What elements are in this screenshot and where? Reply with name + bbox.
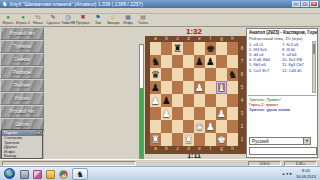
- toolbar: ●Играть●Играть 2½Ничья✎Сдаться◷Тайм-НВ✖П…: [0, 14, 320, 27]
- tray-date: 16.09.2013: [294, 174, 318, 180]
- chat-messages: Зритель: Привет!Горец-2: приветЗритель: …: [247, 97, 317, 119]
- square-a8[interactable]: [150, 42, 161, 55]
- file-label-a: a: [150, 146, 161, 154]
- file-label-e: e: [194, 146, 205, 154]
- piece-black-king: ♚: [205, 42, 216, 55]
- windows-taskbar: ♞ ▴ ◂ ● 8:05 16.09.2013: [0, 166, 320, 180]
- square-e5[interactable]: ♟: [194, 81, 205, 94]
- abort-icon: ✖: [76, 14, 90, 21]
- move-list[interactable]: 1. e4 c52. Кf3 Кc63. d4 cd4. К:d4 Фb65. …: [249, 42, 311, 94]
- square-e8[interactable]: [194, 42, 205, 55]
- toolbar-button-resign[interactable]: ✎Сдаться: [46, 14, 60, 26]
- square-g4[interactable]: [216, 94, 227, 107]
- square-f5[interactable]: [205, 81, 216, 94]
- status-bar: 216:0 1:45+: [0, 159, 320, 166]
- game-info-panel: Анатол (2923) - Каспаров, Горец-2 Рейтин…: [246, 28, 318, 158]
- square-f6[interactable]: [205, 68, 216, 81]
- piece-black-pawn: ♟: [194, 55, 205, 68]
- piece-white-rook: ♜: [150, 133, 161, 146]
- square-h8[interactable]: [227, 42, 238, 55]
- move-line-6[interactable]: 6. Сe3 Фc7: [249, 68, 278, 73]
- toolbar-button-draw[interactable]: ½Ничья: [31, 14, 45, 26]
- file-label-d: d: [183, 146, 194, 154]
- square-e7[interactable]: ♟: [194, 55, 205, 68]
- piece-white-bishop: ♝: [216, 81, 227, 94]
- toolbar-button-play2[interactable]: ●Играть 2: [16, 14, 30, 26]
- square-f2[interactable]: ♟: [205, 120, 216, 133]
- square-h6[interactable]: ♞: [227, 68, 238, 81]
- paint-icon[interactable]: [33, 170, 42, 179]
- square-b6[interactable]: [161, 68, 172, 81]
- square-a7[interactable]: ♞: [150, 55, 161, 68]
- square-b8[interactable]: [161, 42, 172, 55]
- panel-divider: [248, 95, 316, 96]
- time-icon: ◷: [61, 14, 75, 21]
- rank-labels: 87654321: [238, 42, 246, 146]
- piece-black-queen: ♛: [150, 68, 161, 81]
- square-c4[interactable]: [172, 94, 183, 107]
- mini-panel-item-5[interactable]: Выход: [2, 154, 42, 159]
- chess-board[interactable]: ♜♚♞♟♟♛♞♟♟♝♟♟♟♟♛♟♜♜♚: [150, 42, 238, 146]
- toolbar-button-emotions[interactable]: ☺Эмоции: [106, 14, 120, 26]
- file-label-b: b: [161, 146, 172, 154]
- square-h1[interactable]: [227, 133, 238, 146]
- players-header: Анатол (2923) - Каспаров, Горец-2: [247, 29, 317, 36]
- piece-black-pawn: ♟: [150, 81, 161, 94]
- square-a3[interactable]: [150, 107, 161, 120]
- square-g3[interactable]: ♟: [216, 107, 227, 120]
- browser-icon[interactable]: [59, 170, 68, 179]
- board-icon: ▤: [136, 14, 150, 21]
- taskbar-clock[interactable]: 8:05 16.09.2013: [294, 168, 318, 179]
- square-g5[interactable]: ♝: [216, 81, 227, 94]
- square-f7[interactable]: ♟: [205, 55, 216, 68]
- toolbar-label: Играть: [1, 21, 15, 25]
- chat-input[interactable]: [249, 147, 317, 155]
- piece-black-knight: ♞: [227, 68, 238, 81]
- black-clock: 1:32: [150, 27, 238, 36]
- square-b7[interactable]: [161, 55, 172, 68]
- window-title: Клуб "Шахматная планета" (Amateur) 1.338…: [10, 0, 143, 8]
- square-a4[interactable]: ♟: [150, 94, 161, 107]
- square-d7[interactable]: [183, 55, 194, 68]
- rank-label-3: 3: [238, 107, 246, 120]
- square-g7[interactable]: [216, 55, 227, 68]
- call-icon: ⚑: [91, 14, 105, 21]
- toolbar-button-info[interactable]: ▦Инфо: [121, 14, 135, 26]
- sidebar-button-2[interactable]: Турниры: [0, 40, 44, 53]
- piece-black-pawn: ♟: [161, 94, 172, 107]
- info-icon: ▦: [121, 14, 135, 21]
- square-h4[interactable]: [227, 94, 238, 107]
- toolbar-label: Прервать: [76, 21, 90, 25]
- toolbar-label: Тайм-НВ: [61, 21, 75, 25]
- square-h2[interactable]: [227, 120, 238, 133]
- square-b5[interactable]: [161, 81, 172, 94]
- file-label-g: g: [216, 146, 227, 154]
- square-d8[interactable]: [183, 42, 194, 55]
- piece-black-knight: ♞: [150, 55, 161, 68]
- rank-label-6: 6: [238, 68, 246, 81]
- toolbar-label: Табло: [136, 21, 150, 25]
- toolbar-label: Ничья: [31, 21, 45, 25]
- play-icon: ●: [1, 14, 15, 21]
- piece-white-pawn: ♟: [150, 94, 161, 107]
- rank-label-2: 2: [238, 120, 246, 133]
- square-c7[interactable]: [172, 55, 183, 68]
- square-d1[interactable]: ♜: [183, 133, 194, 146]
- square-e6[interactable]: [194, 68, 205, 81]
- maximize-button[interactable]: ▢: [301, 1, 309, 7]
- toolbar-button-time[interactable]: ◷Тайм-НВ: [61, 14, 75, 26]
- square-f4[interactable]: [205, 94, 216, 107]
- sidebar-button-7[interactable]: Игровой чат: [0, 105, 44, 118]
- toolbar-label: Инфо: [121, 21, 135, 25]
- piece-white-pawn: ♟: [205, 120, 216, 133]
- app-icon: ♞: [2, 0, 7, 8]
- play2-icon: ●: [16, 14, 30, 21]
- black-time-bar: [139, 44, 144, 159]
- square-f1[interactable]: [205, 133, 216, 146]
- resign-icon: ✎: [46, 14, 60, 21]
- square-f3[interactable]: [205, 107, 216, 120]
- square-c8[interactable]: ♜: [172, 42, 183, 55]
- piece-black-pawn: ♟: [205, 55, 216, 68]
- square-g1[interactable]: ♚: [216, 133, 227, 146]
- time-bar-fill: [140, 88, 143, 158]
- square-e4[interactable]: [194, 94, 205, 107]
- square-e1[interactable]: [194, 133, 205, 146]
- language-select[interactable]: Русский ▼: [249, 137, 311, 145]
- rank-label-8: 8: [238, 42, 246, 55]
- square-d6[interactable]: [183, 68, 194, 81]
- square-g6[interactable]: [216, 68, 227, 81]
- square-a5[interactable]: ♟: [150, 81, 161, 94]
- piece-white-king: ♚: [216, 133, 227, 146]
- mini-panel-close-icon[interactable]: ✕: [36, 131, 41, 135]
- toolbar-label: Играть 2: [16, 21, 30, 25]
- rank-label-5: 5: [238, 81, 246, 94]
- toolbar-button-abort[interactable]: ✖Прервать: [76, 14, 90, 26]
- mini-panel-rows: СоперникЗрителиДрузьяИнфоВыход: [2, 136, 42, 159]
- square-d4[interactable]: [183, 94, 194, 107]
- rank-label-7: 7: [238, 55, 246, 68]
- piece-white-queen: ♛: [194, 120, 205, 133]
- taskbar-app-icon-1[interactable]: [20, 170, 29, 179]
- square-b1[interactable]: [161, 133, 172, 146]
- piece-white-pawn: ♟: [216, 107, 227, 120]
- close-button[interactable]: ✕: [310, 1, 318, 7]
- game-mini-panel: Партия ✕ СоперникЗрителиДрузьяИнфоВыход: [1, 129, 43, 159]
- move-line-12[interactable]: 12. Сd3 d5: [282, 68, 311, 73]
- minimize-button[interactable]: ─: [292, 1, 300, 7]
- square-h3[interactable]: [227, 107, 238, 120]
- file-label-c: c: [172, 146, 183, 154]
- sidebar-button-5[interactable]: Рейтинг: [0, 79, 44, 92]
- square-a1[interactable]: ♜: [150, 133, 161, 146]
- square-c2[interactable]: [172, 120, 183, 133]
- toolbar-button-play[interactable]: ●Играть: [1, 14, 15, 26]
- file-label-h: h: [227, 146, 238, 154]
- toolbar-label: Зов: [91, 21, 105, 25]
- system-tray-icons[interactable]: ▴ ◂ ●: [282, 171, 292, 176]
- sidebar-button-3[interactable]: Сеансы: [0, 53, 44, 66]
- emotions-icon: ☺: [106, 14, 120, 21]
- square-b3[interactable]: ♟: [161, 107, 172, 120]
- rank-label-1: 1: [238, 133, 246, 146]
- game-type-subheader: Рейтинговый блиц, 3'0 (игра): [247, 36, 317, 41]
- file-label-f: f: [205, 146, 216, 154]
- square-a2[interactable]: [150, 120, 161, 133]
- move-list-scrollbar[interactable]: [312, 41, 316, 93]
- rank-label-4: 4: [238, 94, 246, 107]
- square-h7[interactable]: [227, 55, 238, 68]
- square-h5[interactable]: [227, 81, 238, 94]
- square-d2[interactable]: [183, 120, 194, 133]
- draw-icon: ½: [31, 14, 45, 21]
- square-a6[interactable]: ♛: [150, 68, 161, 81]
- folder-icon[interactable]: [46, 170, 55, 179]
- square-g2[interactable]: [216, 120, 227, 133]
- title-bar: ♞ Клуб "Шахматная планета" (Amateur) 1.3…: [0, 0, 320, 8]
- square-c6[interactable]: [172, 68, 183, 81]
- square-c1[interactable]: [172, 133, 183, 146]
- square-c3[interactable]: [172, 107, 183, 120]
- square-e2[interactable]: ♛: [194, 120, 205, 133]
- piece-white-rook: ♜: [183, 133, 194, 146]
- file-labels-bottom: abcdefgh: [150, 146, 238, 154]
- toolbar-button-call[interactable]: ⚑Зов: [91, 14, 105, 26]
- chess-app-task-button[interactable]: ♞: [72, 168, 88, 180]
- square-f8[interactable]: ♚: [205, 42, 216, 55]
- piece-black-rook: ♜: [172, 42, 183, 55]
- start-button[interactable]: [4, 168, 15, 179]
- square-e3[interactable]: [194, 107, 205, 120]
- piece-white-pawn: ♟: [161, 107, 172, 120]
- square-c5[interactable]: [172, 81, 183, 94]
- sidebar-button-6[interactable]: Игроки: [0, 92, 44, 105]
- sidebar-button-4[interactable]: Разряды: [0, 66, 44, 79]
- toolbar-label: Эмоции: [106, 21, 120, 25]
- square-b2[interactable]: [161, 120, 172, 133]
- chevron-down-icon[interactable]: ▼: [303, 138, 310, 144]
- square-d5[interactable]: [183, 81, 194, 94]
- square-b4[interactable]: ♟: [161, 94, 172, 107]
- piece-white-pawn: ♟: [194, 81, 205, 94]
- scrollbar-thumb[interactable]: [313, 44, 315, 54]
- sidebar-button-1[interactable]: Игровой зал: [0, 27, 44, 40]
- square-d3[interactable]: [183, 107, 194, 120]
- square-g8[interactable]: [216, 42, 227, 55]
- toolbar-button-board[interactable]: ▤Табло: [136, 14, 150, 26]
- language-select-value: Русский: [252, 139, 269, 144]
- chat-message-3: Зритель: удачи обоим: [249, 107, 315, 112]
- toolbar-label: Сдаться: [46, 21, 60, 25]
